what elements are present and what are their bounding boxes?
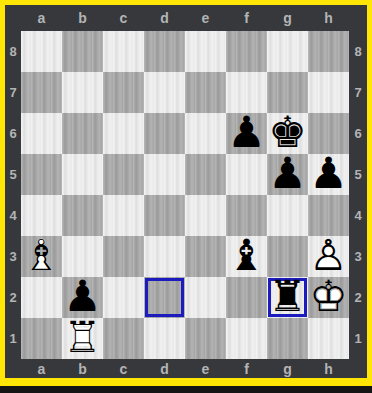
- square-c8[interactable]: [103, 31, 144, 72]
- file-label-c: c: [103, 361, 144, 377]
- square-d1[interactable]: [144, 318, 185, 359]
- piece-black-pawn[interactable]: ♟: [308, 154, 349, 195]
- chessboard-widget: abcdefgh 87654321 ♟♚♟♟♝♗♝♟♙♟♜♚♔♜♖ 876543…: [0, 0, 372, 393]
- square-e4[interactable]: [185, 195, 226, 236]
- rank-labels-right: 87654321: [349, 31, 367, 359]
- square-f8[interactable]: [226, 31, 267, 72]
- square-a3[interactable]: ♝♗: [21, 236, 62, 277]
- square-a2[interactable]: [21, 277, 62, 318]
- square-c7[interactable]: [103, 72, 144, 113]
- square-h8[interactable]: [308, 31, 349, 72]
- rank-label-8: 8: [9, 44, 16, 59]
- rank-label-4: 4: [354, 208, 361, 223]
- square-g2[interactable]: ♜: [267, 277, 308, 318]
- square-a1[interactable]: [21, 318, 62, 359]
- file-label-a: a: [21, 361, 62, 377]
- square-c6[interactable]: [103, 113, 144, 154]
- rank-label-6: 6: [9, 126, 16, 141]
- board-frame: abcdefgh 87654321 ♟♚♟♟♝♗♝♟♙♟♜♚♔♜♖ 876543…: [5, 5, 367, 378]
- rank-label-1: 1: [354, 331, 361, 346]
- square-b5[interactable]: [62, 154, 103, 195]
- piece-fill-layer: ♟: [62, 276, 103, 317]
- rank-labels-left: 87654321: [5, 31, 21, 359]
- square-e2[interactable]: [185, 277, 226, 318]
- frame-corner: [349, 359, 367, 378]
- square-e5[interactable]: [185, 154, 226, 195]
- frame-corner: [349, 5, 367, 31]
- square-c4[interactable]: [103, 195, 144, 236]
- file-label-c: c: [103, 10, 144, 26]
- square-d8[interactable]: [144, 31, 185, 72]
- piece-black-pawn[interactable]: ♟: [226, 113, 267, 154]
- rank-label-2: 2: [9, 290, 16, 305]
- square-g4[interactable]: [267, 195, 308, 236]
- square-e6[interactable]: [185, 113, 226, 154]
- square-a5[interactable]: [21, 154, 62, 195]
- rank-label-3: 3: [9, 249, 16, 264]
- rank-label-5: 5: [9, 167, 16, 182]
- file-label-d: d: [144, 10, 185, 26]
- square-f2[interactable]: [226, 277, 267, 318]
- square-c3[interactable]: [103, 236, 144, 277]
- file-label-h: h: [308, 10, 349, 26]
- frame-corner: [5, 359, 21, 378]
- rank-label-6: 6: [354, 126, 361, 141]
- file-label-e: e: [185, 10, 226, 26]
- square-d6[interactable]: [144, 113, 185, 154]
- square-e7[interactable]: [185, 72, 226, 113]
- square-b1[interactable]: ♜♖: [62, 318, 103, 359]
- square-e8[interactable]: [185, 31, 226, 72]
- file-label-h: h: [308, 361, 349, 377]
- piece-black-bishop[interactable]: ♝: [226, 236, 267, 277]
- square-b7[interactable]: [62, 72, 103, 113]
- file-label-g: g: [267, 361, 308, 377]
- last-move-highlight-d2: [145, 278, 184, 317]
- square-g1[interactable]: [267, 318, 308, 359]
- square-f1[interactable]: [226, 318, 267, 359]
- piece-outline-layer: ♗: [21, 235, 62, 276]
- square-d7[interactable]: [144, 72, 185, 113]
- chess-board: ♟♚♟♟♝♗♝♟♙♟♜♚♔♜♖: [21, 31, 349, 359]
- square-c5[interactable]: [103, 154, 144, 195]
- square-b8[interactable]: [62, 31, 103, 72]
- square-c1[interactable]: [103, 318, 144, 359]
- rank-label-1: 1: [9, 331, 16, 346]
- square-h5[interactable]: ♟: [308, 154, 349, 195]
- square-b4[interactable]: [62, 195, 103, 236]
- piece-outline-layer: ♖: [62, 317, 103, 358]
- rank-label-5: 5: [354, 167, 361, 182]
- square-h2[interactable]: ♚♔: [308, 277, 349, 318]
- file-label-d: d: [144, 361, 185, 377]
- frame-corner: [5, 5, 21, 31]
- rank-label-7: 7: [354, 85, 361, 100]
- piece-fill-layer: ♝: [226, 235, 267, 276]
- piece-black-rook[interactable]: ♜: [267, 277, 308, 318]
- piece-white-bishop[interactable]: ♝♗: [21, 236, 62, 277]
- square-b6[interactable]: [62, 113, 103, 154]
- rank-label-4: 4: [9, 208, 16, 223]
- piece-fill-layer: ♟: [226, 112, 267, 153]
- rank-label-7: 7: [9, 85, 16, 100]
- square-g5[interactable]: ♟: [267, 154, 308, 195]
- file-label-e: e: [185, 361, 226, 377]
- square-f6[interactable]: ♟: [226, 113, 267, 154]
- rank-label-2: 2: [354, 290, 361, 305]
- piece-outline-layer: ♙: [308, 235, 349, 276]
- file-label-f: f: [226, 10, 267, 26]
- piece-fill-layer: ♜: [267, 276, 308, 317]
- file-labels-top: abcdefgh: [21, 5, 349, 31]
- square-e1[interactable]: [185, 318, 226, 359]
- file-label-b: b: [62, 361, 103, 377]
- file-label-b: b: [62, 10, 103, 26]
- square-d4[interactable]: [144, 195, 185, 236]
- square-a6[interactable]: [21, 113, 62, 154]
- bottom-strip: [0, 386, 372, 393]
- piece-fill-layer: ♟: [267, 153, 308, 194]
- square-d5[interactable]: [144, 154, 185, 195]
- square-h7[interactable]: [308, 72, 349, 113]
- piece-white-king[interactable]: ♚♔: [308, 277, 349, 318]
- rank-label-3: 3: [354, 249, 361, 264]
- file-label-g: g: [267, 10, 308, 26]
- square-f3[interactable]: ♝: [226, 236, 267, 277]
- square-e3[interactable]: [185, 236, 226, 277]
- piece-fill-layer: ♚: [267, 112, 308, 153]
- piece-outline-layer: ♔: [308, 276, 349, 317]
- square-d2[interactable]: [144, 277, 185, 318]
- square-d3[interactable]: [144, 236, 185, 277]
- square-h1[interactable]: [308, 318, 349, 359]
- square-a8[interactable]: [21, 31, 62, 72]
- file-label-a: a: [21, 10, 62, 26]
- square-f5[interactable]: [226, 154, 267, 195]
- square-a7[interactable]: [21, 72, 62, 113]
- file-label-f: f: [226, 361, 267, 377]
- piece-black-pawn[interactable]: ♟: [267, 154, 308, 195]
- square-g8[interactable]: [267, 31, 308, 72]
- square-c2[interactable]: [103, 277, 144, 318]
- board-outer-border: abcdefgh 87654321 ♟♚♟♟♝♗♝♟♙♟♜♚♔♜♖ 876543…: [0, 0, 372, 386]
- piece-fill-layer: ♟: [308, 153, 349, 194]
- rank-label-8: 8: [354, 44, 361, 59]
- piece-white-rook[interactable]: ♜♖: [62, 318, 103, 359]
